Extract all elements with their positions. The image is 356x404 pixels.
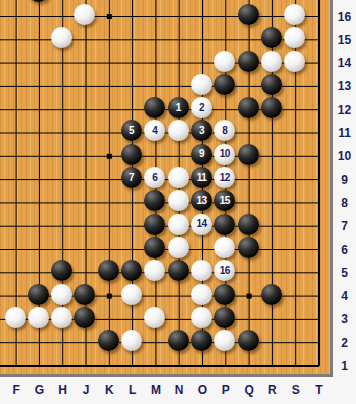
move-number: 2 — [199, 103, 204, 113]
white-stone-L2[interactable] — [121, 330, 142, 351]
black-stone-R13[interactable] — [261, 74, 282, 95]
white-stone-N8[interactable] — [168, 190, 189, 211]
white-stone-S16[interactable] — [284, 4, 305, 25]
black-stone-O2[interactable] — [191, 330, 212, 351]
black-stone-P13[interactable] — [214, 74, 235, 95]
white-stone-P10[interactable]: 10 — [214, 144, 235, 165]
black-stone-R12[interactable] — [261, 97, 282, 118]
move-number: 1 — [176, 103, 181, 113]
black-stone-O10[interactable]: 9 — [191, 144, 212, 165]
black-stone-N5[interactable] — [168, 260, 189, 281]
stones-layer: 15397111315248106121416 — [4, 0, 330, 377]
column-label-K: K — [98, 383, 121, 397]
white-stone-M9[interactable]: 6 — [144, 167, 165, 188]
row-label-9: 9 — [333, 173, 356, 187]
row-label-11: 11 — [333, 126, 356, 140]
white-stone-P14[interactable] — [214, 51, 235, 72]
white-stone-P11[interactable]: 8 — [214, 120, 235, 141]
black-stone-Q2[interactable] — [238, 330, 259, 351]
black-stone-M7[interactable] — [144, 214, 165, 235]
black-stone-Q14[interactable] — [238, 51, 259, 72]
row-label-3: 3 — [333, 312, 356, 326]
white-stone-O12[interactable]: 2 — [191, 97, 212, 118]
black-stone-K2[interactable] — [98, 330, 119, 351]
black-stone-O9[interactable]: 11 — [191, 167, 212, 188]
white-stone-P2[interactable] — [214, 330, 235, 351]
row-label-13: 13 — [333, 79, 356, 93]
row-label-16: 16 — [333, 10, 356, 24]
move-number: 9 — [199, 149, 204, 159]
move-number: 12 — [220, 173, 230, 183]
row-label-5: 5 — [333, 266, 356, 280]
black-stone-O8[interactable]: 13 — [191, 190, 212, 211]
column-label-P: P — [214, 383, 237, 397]
white-stone-F3[interactable] — [5, 307, 26, 328]
white-stone-H4[interactable] — [51, 284, 72, 305]
white-stone-L4[interactable] — [121, 284, 142, 305]
row-label-7: 7 — [333, 219, 356, 233]
white-stone-N11[interactable] — [168, 120, 189, 141]
column-label-J: J — [75, 383, 98, 397]
column-label-F: F — [5, 383, 28, 397]
white-stone-N9[interactable] — [168, 167, 189, 188]
black-stone-L9[interactable]: 7 — [121, 167, 142, 188]
black-stone-M6[interactable] — [144, 237, 165, 258]
white-stone-P9[interactable]: 12 — [214, 167, 235, 188]
white-stone-O4[interactable] — [191, 284, 212, 305]
move-number: 8 — [222, 126, 227, 136]
black-stone-N2[interactable] — [168, 330, 189, 351]
column-label-G: G — [28, 383, 51, 397]
white-stone-P5[interactable]: 16 — [214, 260, 235, 281]
move-number: 11 — [197, 173, 207, 183]
column-label-O: O — [191, 383, 214, 397]
row-label-1: 1 — [333, 359, 356, 373]
black-stone-Q10[interactable] — [238, 144, 259, 165]
row-label-8: 8 — [333, 196, 356, 210]
white-stone-O7[interactable]: 14 — [191, 214, 212, 235]
black-stone-P3[interactable] — [214, 307, 235, 328]
row-label-4: 4 — [333, 289, 356, 303]
column-label-T: T — [308, 383, 331, 397]
black-stone-M8[interactable] — [144, 190, 165, 211]
black-stone-R4[interactable] — [261, 284, 282, 305]
move-number: 4 — [152, 126, 157, 136]
column-label-R: R — [261, 383, 284, 397]
row-label-2: 2 — [333, 336, 356, 350]
white-stone-O5[interactable] — [191, 260, 212, 281]
black-stone-G4[interactable] — [28, 284, 49, 305]
white-stone-N7[interactable] — [168, 214, 189, 235]
black-stone-L5[interactable] — [121, 260, 142, 281]
goban[interactable]: 15397111315248106121416 — [0, 0, 333, 377]
black-stone-Q7[interactable] — [238, 214, 259, 235]
black-stone-J3[interactable] — [74, 307, 95, 328]
move-number: 16 — [220, 266, 230, 276]
white-stone-S14[interactable] — [284, 51, 305, 72]
row-label-15: 15 — [333, 33, 356, 47]
black-stone-Q12[interactable] — [238, 97, 259, 118]
black-stone-O11[interactable]: 3 — [191, 120, 212, 141]
white-stone-O13[interactable] — [191, 74, 212, 95]
white-stone-O3[interactable] — [191, 307, 212, 328]
move-number: 5 — [129, 126, 134, 136]
row-label-12: 12 — [333, 103, 356, 117]
black-stone-L11[interactable]: 5 — [121, 120, 142, 141]
column-label-M: M — [144, 383, 167, 397]
row-label-6: 6 — [333, 243, 356, 257]
white-stone-M5[interactable] — [144, 260, 165, 281]
move-number: 7 — [129, 173, 134, 183]
go-diagram: 15397111315248106121416 1615141312111098… — [0, 0, 356, 404]
column-label-Q: Q — [238, 383, 261, 397]
black-stone-Q16[interactable] — [238, 4, 259, 25]
row-label-14: 14 — [333, 56, 356, 70]
black-stone-H5[interactable] — [51, 260, 72, 281]
column-label-S: S — [284, 383, 307, 397]
white-stone-J16[interactable] — [74, 4, 95, 25]
column-label-N: N — [168, 383, 191, 397]
row-label-10: 10 — [333, 149, 356, 163]
white-stone-H15[interactable] — [51, 27, 72, 48]
black-stone-N12[interactable]: 1 — [168, 97, 189, 118]
black-stone-P7[interactable] — [214, 214, 235, 235]
column-label-L: L — [121, 383, 144, 397]
move-number: 10 — [220, 149, 230, 159]
black-stone-P8[interactable]: 15 — [214, 190, 235, 211]
white-stone-R14[interactable] — [261, 51, 282, 72]
move-number: 6 — [152, 173, 157, 183]
black-stone-M12[interactable] — [144, 97, 165, 118]
black-stone-P4[interactable] — [214, 284, 235, 305]
black-stone-R15[interactable] — [261, 27, 282, 48]
white-stone-M3[interactable] — [144, 307, 165, 328]
black-stone-L10[interactable] — [121, 144, 142, 165]
move-number: 15 — [220, 196, 230, 206]
white-stone-H3[interactable] — [51, 307, 72, 328]
white-stone-G3[interactable] — [28, 307, 49, 328]
column-label-H: H — [51, 383, 74, 397]
white-stone-P6[interactable] — [214, 237, 235, 258]
white-stone-N6[interactable] — [168, 237, 189, 258]
white-stone-S15[interactable] — [284, 27, 305, 48]
black-stone-J4[interactable] — [74, 284, 95, 305]
move-number: 3 — [199, 126, 204, 136]
white-stone-M11[interactable]: 4 — [144, 120, 165, 141]
move-number: 13 — [196, 196, 206, 206]
black-stone-G17[interactable] — [28, 0, 49, 2]
black-stone-Q6[interactable] — [238, 237, 259, 258]
move-number: 14 — [196, 219, 206, 229]
black-stone-K5[interactable] — [98, 260, 119, 281]
